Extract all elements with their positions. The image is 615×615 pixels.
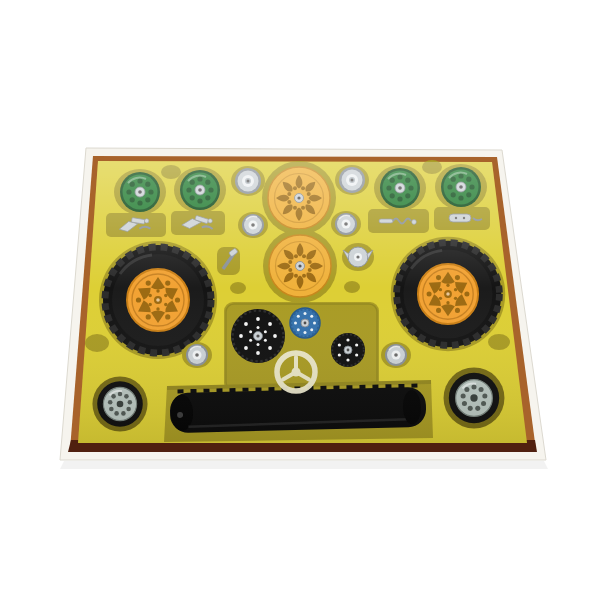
photo-canvas [0, 0, 615, 615]
tray-lighting [78, 161, 527, 443]
kit-photo [0, 0, 615, 615]
box-shadow [60, 461, 548, 469]
yellow-tray [78, 160, 527, 443]
